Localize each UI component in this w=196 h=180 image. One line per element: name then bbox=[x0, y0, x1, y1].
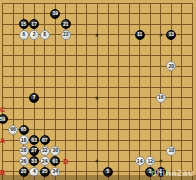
white-stone: 14 bbox=[135, 156, 145, 166]
grid-line-horizontal bbox=[3, 108, 193, 109]
move-number: 13 bbox=[169, 32, 175, 37]
move-number: 25 bbox=[42, 169, 48, 174]
move-number: 61 bbox=[52, 159, 58, 164]
white-stone: 2 bbox=[29, 30, 39, 40]
move-number: 59 bbox=[0, 117, 5, 122]
white-stone: 28 bbox=[19, 146, 29, 156]
grid-line-horizontal bbox=[3, 76, 193, 77]
black-stone: 67 bbox=[40, 135, 50, 145]
move-number: 8 bbox=[43, 32, 46, 37]
white-stone: 22 bbox=[61, 30, 71, 40]
move-number: 33 bbox=[31, 159, 37, 164]
grid-line-horizontal bbox=[3, 55, 193, 56]
black-stone: 17 bbox=[29, 19, 39, 29]
option-letter-d: D bbox=[63, 158, 68, 165]
grid-line-horizontal bbox=[3, 119, 193, 120]
star-point bbox=[96, 96, 99, 99]
grid-line-horizontal bbox=[3, 13, 193, 14]
grid-line-vertical bbox=[118, 3, 119, 180]
white-stone: 66 bbox=[8, 125, 18, 135]
white-stone: 26 bbox=[19, 156, 29, 166]
option-letter-a: A bbox=[0, 137, 5, 144]
black-stone: 65 bbox=[19, 125, 29, 135]
star-point bbox=[159, 160, 162, 163]
grid-line-vertical bbox=[86, 3, 87, 180]
move-number: 17 bbox=[31, 22, 37, 27]
grid-line-vertical bbox=[13, 3, 14, 180]
white-stone: 6 bbox=[19, 30, 29, 40]
move-number: 15 bbox=[21, 22, 27, 27]
grid-line-vertical bbox=[76, 3, 77, 180]
move-number: 67 bbox=[42, 138, 48, 143]
move-number: 21 bbox=[63, 22, 69, 27]
watermark-text: china2au bbox=[151, 168, 194, 178]
white-stone: 30 bbox=[50, 146, 60, 156]
grid-line-vertical bbox=[2, 3, 3, 180]
white-stone: 18 bbox=[19, 135, 29, 145]
move-number: 22 bbox=[63, 32, 69, 37]
grid-line-horizontal bbox=[3, 87, 193, 88]
black-stone: 7 bbox=[29, 93, 39, 103]
grid-line-horizontal bbox=[3, 45, 193, 46]
move-number: 12 bbox=[147, 159, 153, 164]
white-stone: 32 bbox=[40, 146, 50, 156]
black-stone: 27 bbox=[29, 146, 39, 156]
black-stone: 15 bbox=[19, 19, 29, 29]
black-stone: 19 bbox=[50, 9, 60, 19]
black-stone: 11 bbox=[135, 30, 145, 40]
black-stone: 33 bbox=[29, 156, 39, 166]
move-number: 10 bbox=[169, 148, 175, 153]
move-number: 2 bbox=[33, 32, 36, 37]
move-number: 24 bbox=[42, 159, 48, 164]
move-number: 16 bbox=[158, 95, 164, 100]
white-stone: 20 bbox=[166, 61, 176, 71]
move-number: 6 bbox=[22, 32, 25, 37]
move-number: 23 bbox=[21, 169, 27, 174]
option-letter-c: C bbox=[0, 105, 5, 112]
star-point bbox=[96, 160, 99, 163]
grid-line-vertical bbox=[129, 3, 130, 180]
move-number: 26 bbox=[21, 159, 27, 164]
move-number: 32 bbox=[42, 148, 48, 153]
move-number: 63 bbox=[31, 138, 37, 143]
grid-line-vertical bbox=[150, 3, 151, 180]
move-number: 65 bbox=[21, 127, 27, 132]
move-number: 30 bbox=[52, 148, 58, 153]
grid-line-horizontal bbox=[3, 3, 193, 4]
move-number: 28 bbox=[21, 148, 27, 153]
black-stone: 63 bbox=[29, 135, 39, 145]
go-board: 2468101214161820222426283032346613571113… bbox=[0, 0, 196, 180]
star-point bbox=[96, 33, 99, 36]
white-stone: 12 bbox=[145, 156, 155, 166]
move-number: 4 bbox=[33, 169, 36, 174]
move-number: 20 bbox=[169, 64, 175, 69]
move-number: 27 bbox=[31, 148, 37, 153]
move-number: 5 bbox=[107, 169, 110, 174]
move-number: 14 bbox=[137, 159, 143, 164]
move-number: 19 bbox=[52, 11, 58, 16]
black-stone: 59 bbox=[0, 114, 8, 124]
black-stone: 21 bbox=[61, 19, 71, 29]
white-stone: 24 bbox=[40, 156, 50, 166]
white-stone: 10 bbox=[166, 146, 176, 156]
grid-line-vertical bbox=[97, 3, 98, 180]
grid-line-vertical bbox=[108, 3, 109, 180]
move-number: 11 bbox=[137, 32, 142, 37]
black-stone: 13 bbox=[166, 30, 176, 40]
grid-line-vertical bbox=[160, 3, 161, 180]
black-stone: 61 bbox=[50, 156, 60, 166]
move-number: 66 bbox=[10, 127, 16, 132]
white-stone: 8 bbox=[40, 30, 50, 40]
move-number: 7 bbox=[33, 95, 36, 100]
white-stone: 16 bbox=[156, 93, 166, 103]
move-number: 18 bbox=[21, 138, 27, 143]
grid-line-vertical bbox=[192, 3, 193, 180]
grid-line-horizontal bbox=[3, 129, 193, 130]
grid-line-vertical bbox=[181, 3, 182, 180]
move-number: 34 bbox=[52, 169, 58, 174]
star-point bbox=[159, 33, 162, 36]
grid-line-horizontal bbox=[3, 66, 193, 67]
